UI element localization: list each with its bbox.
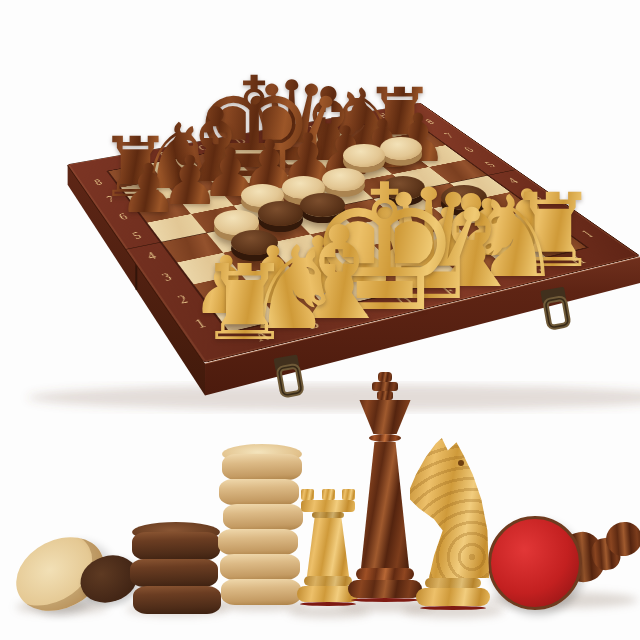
light-checkers-stack [218,444,300,605]
product-photo-scene: ABCDEFGH ABCDEFGH 87654321 87654321 ♜♞♝♚… [0,0,640,640]
checker-disc [132,532,220,560]
dark-checkers-stack [130,522,220,614]
knight-head [410,438,496,578]
light-knight [410,438,496,610]
checker-disc [133,586,221,614]
checker-disc [220,554,300,580]
knight-eye [458,460,464,466]
checker-disc [223,504,303,530]
fallen-dark-piece [488,506,640,612]
checker-disc [222,454,302,480]
still-life [0,0,640,640]
red-felt-base [488,516,582,610]
checker-disc [219,479,299,505]
checker-disc [130,559,218,587]
checker-disc [221,579,301,605]
checker-disc [218,529,298,555]
